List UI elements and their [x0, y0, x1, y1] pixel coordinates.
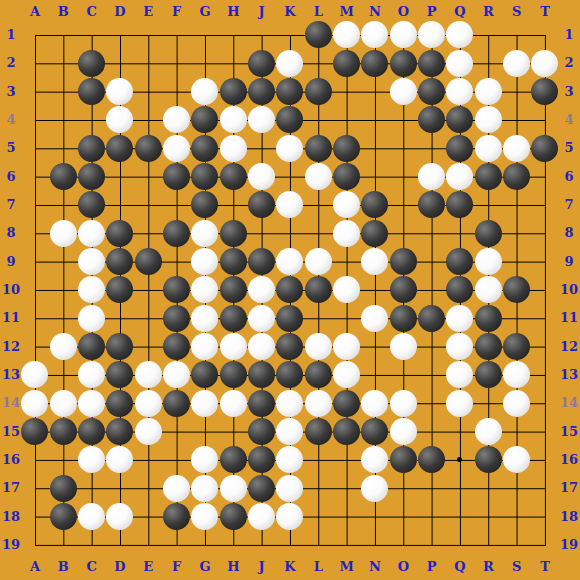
coordinate-label-H: H: [219, 4, 247, 20]
white-stone-K16: [276, 446, 303, 473]
black-stone-O2: [390, 50, 417, 77]
coordinate-label-D: D: [106, 559, 134, 575]
white-stone-L12: [305, 333, 332, 360]
coordinate-label-B: B: [49, 4, 77, 20]
black-stone-T5: [531, 135, 558, 162]
black-stone-E5: [135, 135, 162, 162]
coordinate-label-11: 11: [559, 310, 579, 326]
black-stone-L3: [305, 78, 332, 105]
coordinate-label-K: K: [276, 4, 304, 20]
black-stone-H11: [220, 305, 247, 332]
black-stone-R11: [475, 305, 502, 332]
black-stone-D10: [106, 276, 133, 303]
coordinate-label-5: 5: [559, 140, 579, 156]
white-stone-S2: [503, 50, 530, 77]
white-stone-C11: [78, 305, 105, 332]
coordinate-label-4: 4: [559, 112, 579, 128]
white-stone-H12: [220, 333, 247, 360]
black-stone-D8: [106, 220, 133, 247]
white-stone-N1: [361, 21, 388, 48]
white-stone-P1: [418, 21, 445, 48]
white-stone-L6: [305, 163, 332, 190]
white-stone-M7: [333, 191, 360, 218]
black-stone-D14: [106, 390, 133, 417]
black-stone-L1: [305, 21, 332, 48]
white-stone-H5: [220, 135, 247, 162]
coordinate-label-P: P: [418, 559, 446, 575]
black-stone-F6: [163, 163, 190, 190]
white-stone-N16: [361, 446, 388, 473]
black-stone-D9: [106, 248, 133, 275]
white-stone-M8: [333, 220, 360, 247]
white-stone-F17: [163, 475, 190, 502]
black-stone-Q4: [446, 106, 473, 133]
white-stone-J18: [248, 503, 275, 530]
white-stone-E14: [135, 390, 162, 417]
black-stone-C12: [78, 333, 105, 360]
star-point: [457, 457, 462, 462]
white-stone-K2: [276, 50, 303, 77]
coordinate-label-2: 2: [1, 55, 21, 71]
black-stone-L5: [305, 135, 332, 162]
coordinate-label-16: 16: [559, 452, 579, 468]
coordinate-label-P: P: [418, 4, 446, 20]
white-stone-K15: [276, 418, 303, 445]
coordinate-label-R: R: [474, 559, 502, 575]
white-stone-D4: [106, 106, 133, 133]
white-stone-C16: [78, 446, 105, 473]
white-stone-G9: [191, 248, 218, 275]
coordinate-label-T: T: [531, 559, 559, 575]
black-stone-L15: [305, 418, 332, 445]
white-stone-Q2: [446, 50, 473, 77]
coordinate-label-G: G: [191, 4, 219, 20]
black-stone-D15: [106, 418, 133, 445]
coordinate-label-L: L: [304, 559, 332, 575]
goban: AABBCCDDEEFFGGHHJJKKLLMMNNOOPPQQRRSSTT11…: [0, 0, 580, 580]
black-stone-F18: [163, 503, 190, 530]
black-stone-Q7: [446, 191, 473, 218]
black-stone-P11: [418, 305, 445, 332]
coordinate-label-1: 1: [1, 27, 21, 43]
black-stone-O11: [390, 305, 417, 332]
white-stone-J10: [248, 276, 275, 303]
white-stone-A13: [21, 361, 48, 388]
white-stone-G18: [191, 503, 218, 530]
coordinate-label-K: K: [276, 559, 304, 575]
coordinate-label-6: 6: [559, 169, 579, 185]
black-stone-K12: [276, 333, 303, 360]
black-stone-N2: [361, 50, 388, 77]
white-stone-R10: [475, 276, 502, 303]
coordinate-label-7: 7: [559, 197, 579, 213]
white-stone-N17: [361, 475, 388, 502]
white-stone-K5: [276, 135, 303, 162]
white-stone-D18: [106, 503, 133, 530]
coordinate-label-G: G: [191, 559, 219, 575]
coordinate-label-J: J: [248, 4, 276, 20]
coordinate-label-A: A: [21, 4, 49, 20]
black-stone-B18: [50, 503, 77, 530]
white-stone-M13: [333, 361, 360, 388]
coordinate-label-F: F: [163, 4, 191, 20]
white-stone-D3: [106, 78, 133, 105]
white-stone-K18: [276, 503, 303, 530]
black-stone-C2: [78, 50, 105, 77]
black-stone-O16: [390, 446, 417, 473]
white-stone-E15: [135, 418, 162, 445]
coordinate-label-12: 12: [559, 339, 579, 355]
coordinate-label-3: 3: [559, 84, 579, 100]
coordinate-label-M: M: [333, 559, 361, 575]
coordinate-label-H: H: [219, 559, 247, 575]
white-stone-N9: [361, 248, 388, 275]
white-stone-C10: [78, 276, 105, 303]
black-stone-G5: [191, 135, 218, 162]
coordinate-label-11: 11: [1, 310, 21, 326]
white-stone-C8: [78, 220, 105, 247]
black-stone-C7: [78, 191, 105, 218]
black-stone-N8: [361, 220, 388, 247]
black-stone-F14: [163, 390, 190, 417]
coordinate-label-17: 17: [1, 480, 21, 496]
coordinate-label-19: 19: [559, 537, 579, 553]
black-stone-R12: [475, 333, 502, 360]
coordinate-label-5: 5: [1, 140, 21, 156]
coordinate-label-O: O: [389, 559, 417, 575]
coordinate-label-S: S: [503, 4, 531, 20]
black-stone-M15: [333, 418, 360, 445]
white-stone-N11: [361, 305, 388, 332]
coordinate-label-N: N: [361, 4, 389, 20]
white-stone-R3: [475, 78, 502, 105]
white-stone-F13: [163, 361, 190, 388]
white-stone-T2: [531, 50, 558, 77]
black-stone-E9: [135, 248, 162, 275]
white-stone-H17: [220, 475, 247, 502]
coordinate-label-13: 13: [1, 367, 21, 383]
coordinate-label-8: 8: [1, 225, 21, 241]
black-stone-B15: [50, 418, 77, 445]
white-stone-S14: [503, 390, 530, 417]
coordinate-label-S: S: [503, 559, 531, 575]
white-stone-R4: [475, 106, 502, 133]
black-stone-K4: [276, 106, 303, 133]
white-stone-S5: [503, 135, 530, 162]
black-stone-H16: [220, 446, 247, 473]
white-stone-S16: [503, 446, 530, 473]
white-stone-B12: [50, 333, 77, 360]
white-stone-N14: [361, 390, 388, 417]
black-stone-H18: [220, 503, 247, 530]
white-stone-J12: [248, 333, 275, 360]
coordinate-label-E: E: [134, 4, 162, 20]
white-stone-Q11: [446, 305, 473, 332]
black-stone-P3: [418, 78, 445, 105]
white-stone-L14: [305, 390, 332, 417]
white-stone-B14: [50, 390, 77, 417]
white-stone-R15: [475, 418, 502, 445]
black-stone-J17: [248, 475, 275, 502]
black-stone-M5: [333, 135, 360, 162]
black-stone-H10: [220, 276, 247, 303]
black-stone-R13: [475, 361, 502, 388]
white-stone-O3: [390, 78, 417, 105]
coordinate-label-2: 2: [559, 55, 579, 71]
black-stone-J13: [248, 361, 275, 388]
white-stone-F5: [163, 135, 190, 162]
black-stone-H8: [220, 220, 247, 247]
black-stone-K13: [276, 361, 303, 388]
black-stone-C3: [78, 78, 105, 105]
black-stone-C6: [78, 163, 105, 190]
white-stone-K7: [276, 191, 303, 218]
coordinate-label-18: 18: [559, 509, 579, 525]
coordinate-label-C: C: [78, 559, 106, 575]
white-stone-C18: [78, 503, 105, 530]
coordinate-label-Q: Q: [446, 559, 474, 575]
black-stone-M6: [333, 163, 360, 190]
black-stone-L13: [305, 361, 332, 388]
white-stone-Q1: [446, 21, 473, 48]
coordinate-label-R: R: [474, 4, 502, 20]
coordinate-label-Q: Q: [446, 4, 474, 20]
white-stone-L9: [305, 248, 332, 275]
white-stone-Q3: [446, 78, 473, 105]
white-stone-M10: [333, 276, 360, 303]
white-stone-G11: [191, 305, 218, 332]
coordinate-label-10: 10: [1, 282, 21, 298]
white-stone-B8: [50, 220, 77, 247]
white-stone-E13: [135, 361, 162, 388]
black-stone-O9: [390, 248, 417, 275]
coordinate-label-D: D: [106, 4, 134, 20]
white-stone-Q6: [446, 163, 473, 190]
coordinate-label-E: E: [134, 559, 162, 575]
coordinate-label-10: 10: [559, 282, 579, 298]
coordinate-label-B: B: [49, 559, 77, 575]
black-stone-S12: [503, 333, 530, 360]
white-stone-C13: [78, 361, 105, 388]
white-stone-R5: [475, 135, 502, 162]
white-stone-J4: [248, 106, 275, 133]
white-stone-G10: [191, 276, 218, 303]
black-stone-D13: [106, 361, 133, 388]
white-stone-O14: [390, 390, 417, 417]
black-stone-C5: [78, 135, 105, 162]
white-stone-G3: [191, 78, 218, 105]
white-stone-D16: [106, 446, 133, 473]
black-stone-M14: [333, 390, 360, 417]
black-stone-J16: [248, 446, 275, 473]
black-stone-D5: [106, 135, 133, 162]
white-stone-G17: [191, 475, 218, 502]
coordinate-label-4: 4: [1, 112, 21, 128]
black-stone-J7: [248, 191, 275, 218]
coordinate-label-17: 17: [559, 480, 579, 496]
black-stone-L10: [305, 276, 332, 303]
black-stone-K10: [276, 276, 303, 303]
white-stone-M1: [333, 21, 360, 48]
white-stone-C9: [78, 248, 105, 275]
coordinate-label-N: N: [361, 559, 389, 575]
coordinate-label-9: 9: [559, 254, 579, 270]
white-stone-M12: [333, 333, 360, 360]
coordinate-label-19: 19: [1, 537, 21, 553]
black-stone-B6: [50, 163, 77, 190]
black-stone-S10: [503, 276, 530, 303]
coordinate-label-L: L: [304, 4, 332, 20]
black-stone-D12: [106, 333, 133, 360]
white-stone-K14: [276, 390, 303, 417]
coordinate-label-9: 9: [1, 254, 21, 270]
black-stone-P2: [418, 50, 445, 77]
black-stone-C15: [78, 418, 105, 445]
black-stone-N15: [361, 418, 388, 445]
white-stone-F4: [163, 106, 190, 133]
white-stone-C14: [78, 390, 105, 417]
white-stone-H14: [220, 390, 247, 417]
black-stone-S6: [503, 163, 530, 190]
coordinate-label-15: 15: [1, 424, 21, 440]
white-stone-K9: [276, 248, 303, 275]
white-stone-O12: [390, 333, 417, 360]
black-stone-J3: [248, 78, 275, 105]
coordinate-label-12: 12: [1, 339, 21, 355]
coordinate-label-M: M: [333, 4, 361, 20]
coordinate-label-C: C: [78, 4, 106, 20]
black-stone-Q10: [446, 276, 473, 303]
white-stone-J6: [248, 163, 275, 190]
black-stone-H13: [220, 361, 247, 388]
black-stone-G4: [191, 106, 218, 133]
black-stone-F10: [163, 276, 190, 303]
coordinate-label-15: 15: [559, 424, 579, 440]
coordinate-label-6: 6: [1, 169, 21, 185]
coordinate-label-7: 7: [1, 197, 21, 213]
coordinate-label-14: 14: [1, 395, 21, 411]
black-stone-M2: [333, 50, 360, 77]
coordinate-label-14: 14: [559, 395, 579, 411]
white-stone-O15: [390, 418, 417, 445]
coordinate-label-3: 3: [1, 84, 21, 100]
coordinate-label-13: 13: [559, 367, 579, 383]
black-stone-H9: [220, 248, 247, 275]
black-stone-B17: [50, 475, 77, 502]
white-stone-G8: [191, 220, 218, 247]
coordinate-label-18: 18: [1, 509, 21, 525]
black-stone-Q9: [446, 248, 473, 275]
black-stone-F8: [163, 220, 190, 247]
white-stone-O1: [390, 21, 417, 48]
black-stone-A15: [21, 418, 48, 445]
white-stone-G16: [191, 446, 218, 473]
black-stone-G13: [191, 361, 218, 388]
coordinate-label-8: 8: [559, 225, 579, 241]
coordinate-label-O: O: [389, 4, 417, 20]
white-stone-S13: [503, 361, 530, 388]
white-stone-H4: [220, 106, 247, 133]
coordinate-label-1: 1: [559, 27, 579, 43]
black-stone-F12: [163, 333, 190, 360]
black-stone-J14: [248, 390, 275, 417]
black-stone-O10: [390, 276, 417, 303]
black-stone-R6: [475, 163, 502, 190]
black-stone-P4: [418, 106, 445, 133]
black-stone-R8: [475, 220, 502, 247]
black-stone-H3: [220, 78, 247, 105]
white-stone-P6: [418, 163, 445, 190]
white-stone-Q12: [446, 333, 473, 360]
black-stone-N7: [361, 191, 388, 218]
coordinate-label-T: T: [531, 4, 559, 20]
black-stone-F11: [163, 305, 190, 332]
white-stone-R9: [475, 248, 502, 275]
white-stone-G14: [191, 390, 218, 417]
black-stone-R16: [475, 446, 502, 473]
black-stone-K3: [276, 78, 303, 105]
white-stone-K17: [276, 475, 303, 502]
coordinate-label-F: F: [163, 559, 191, 575]
white-stone-Q14: [446, 390, 473, 417]
black-stone-H6: [220, 163, 247, 190]
white-stone-J11: [248, 305, 275, 332]
white-stone-A14: [21, 390, 48, 417]
black-stone-J9: [248, 248, 275, 275]
coordinate-label-J: J: [248, 559, 276, 575]
black-stone-K11: [276, 305, 303, 332]
black-stone-P7: [418, 191, 445, 218]
white-stone-Q13: [446, 361, 473, 388]
coordinate-label-A: A: [21, 559, 49, 575]
black-stone-J2: [248, 50, 275, 77]
black-stone-Q5: [446, 135, 473, 162]
white-stone-G12: [191, 333, 218, 360]
black-stone-T3: [531, 78, 558, 105]
stone-layer: [21, 21, 559, 559]
black-stone-P16: [418, 446, 445, 473]
coordinate-label-16: 16: [1, 452, 21, 468]
black-stone-G6: [191, 163, 218, 190]
black-stone-G7: [191, 191, 218, 218]
black-stone-J15: [248, 418, 275, 445]
